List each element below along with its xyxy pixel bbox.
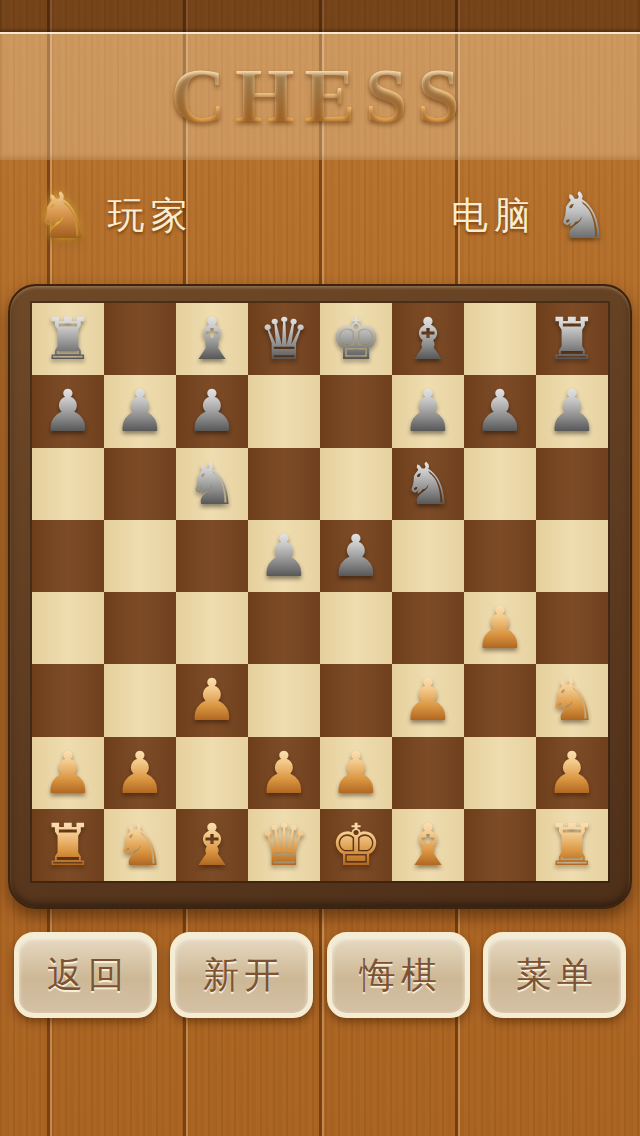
piece-black-king[interactable]: ♚ [330,310,382,368]
square-h2[interactable]: ♟ [536,737,608,809]
piece-black-pawn[interactable]: ♟ [42,382,94,440]
square-h8[interactable]: ♜ [536,303,608,375]
square-d8[interactable]: ♛ [248,303,320,375]
piece-white-knight[interactable]: ♞ [546,671,598,729]
piece-black-pawn[interactable]: ♟ [330,527,382,585]
piece-black-bishop[interactable]: ♝ [402,310,454,368]
piece-white-pawn[interactable]: ♟ [474,599,526,657]
piece-black-pawn[interactable]: ♟ [474,382,526,440]
title-band: CHESS [0,32,640,160]
square-f6[interactable]: ♞ [392,448,464,520]
square-c1[interactable]: ♝ [176,809,248,881]
gold-knight-icon: ♞ [34,184,91,248]
square-f5[interactable] [392,520,464,592]
square-a4[interactable] [32,592,104,664]
square-e8[interactable]: ♚ [320,303,392,375]
piece-white-pawn[interactable]: ♟ [186,671,238,729]
player-white: ♞ 玩家 [34,184,193,248]
player-black-label: 电脑 [451,191,537,241]
square-d4[interactable] [248,592,320,664]
square-b5[interactable] [104,520,176,592]
square-a2[interactable]: ♟ [32,737,104,809]
square-h7[interactable]: ♟ [536,375,608,447]
square-g1[interactable] [464,809,536,881]
square-h6[interactable] [536,448,608,520]
square-e1[interactable]: ♚ [320,809,392,881]
players-row: ♞ 玩家 电脑 ♞ [0,160,640,280]
square-h4[interactable] [536,592,608,664]
player-black: 电脑 ♞ [451,184,610,248]
square-e4[interactable] [320,592,392,664]
square-a6[interactable] [32,448,104,520]
piece-black-pawn[interactable]: ♟ [546,382,598,440]
piece-white-pawn[interactable]: ♟ [258,744,310,802]
square-g3[interactable] [464,664,536,736]
piece-white-pawn[interactable]: ♟ [546,744,598,802]
new-game-button[interactable]: 新开 [170,932,313,1018]
square-g6[interactable] [464,448,536,520]
square-h5[interactable] [536,520,608,592]
status-bar-strip [0,0,640,32]
square-c2[interactable] [176,737,248,809]
piece-black-pawn[interactable]: ♟ [114,382,166,440]
square-f1[interactable]: ♝ [392,809,464,881]
square-d7[interactable] [248,375,320,447]
piece-white-bishop[interactable]: ♝ [402,816,454,874]
piece-black-pawn[interactable]: ♟ [402,382,454,440]
square-h3[interactable]: ♞ [536,664,608,736]
square-f3[interactable]: ♟ [392,664,464,736]
square-d2[interactable]: ♟ [248,737,320,809]
piece-white-pawn[interactable]: ♟ [42,744,94,802]
square-c3[interactable]: ♟ [176,664,248,736]
chess-board[interactable]: ♜♝♛♚♝♜♟♟♟♟♟♟♞♞♟♟♟♟♟♞♟♟♟♟♟♜♞♝♛♚♝♜ [32,303,608,881]
piece-white-rook[interactable]: ♜ [546,816,598,874]
piece-black-knight[interactable]: ♞ [402,455,454,513]
square-a8[interactable]: ♜ [32,303,104,375]
square-c4[interactable] [176,592,248,664]
square-d6[interactable] [248,448,320,520]
piece-white-knight[interactable]: ♞ [114,816,166,874]
square-c5[interactable] [176,520,248,592]
piece-white-pawn[interactable]: ♟ [330,744,382,802]
piece-white-pawn[interactable]: ♟ [402,671,454,729]
square-g2[interactable] [464,737,536,809]
square-b8[interactable] [104,303,176,375]
piece-black-knight[interactable]: ♞ [186,455,238,513]
piece-black-bishop[interactable]: ♝ [186,310,238,368]
undo-button[interactable]: 悔棋 [327,932,470,1018]
piece-black-queen[interactable]: ♛ [258,310,310,368]
piece-black-pawn[interactable]: ♟ [186,382,238,440]
square-b7[interactable]: ♟ [104,375,176,447]
player-white-label: 玩家 [107,191,193,241]
square-b3[interactable] [104,664,176,736]
piece-white-pawn[interactable]: ♟ [114,744,166,802]
piece-white-king[interactable]: ♚ [330,816,382,874]
square-e7[interactable] [320,375,392,447]
square-e3[interactable] [320,664,392,736]
square-a3[interactable] [32,664,104,736]
square-h1[interactable]: ♜ [536,809,608,881]
square-d5[interactable]: ♟ [248,520,320,592]
piece-white-bishop[interactable]: ♝ [186,816,238,874]
piece-black-pawn[interactable]: ♟ [258,527,310,585]
square-d3[interactable] [248,664,320,736]
piece-black-rook[interactable]: ♜ [546,310,598,368]
board-frame: ♜♝♛♚♝♜♟♟♟♟♟♟♞♞♟♟♟♟♟♞♟♟♟♟♟♜♞♝♛♚♝♜ [8,284,632,909]
square-b6[interactable] [104,448,176,520]
square-a7[interactable]: ♟ [32,375,104,447]
square-d1[interactable]: ♛ [248,809,320,881]
square-f2[interactable] [392,737,464,809]
piece-white-rook[interactable]: ♜ [42,816,94,874]
piece-black-rook[interactable]: ♜ [42,310,94,368]
square-b2[interactable]: ♟ [104,737,176,809]
square-b1[interactable]: ♞ [104,809,176,881]
square-f7[interactable]: ♟ [392,375,464,447]
back-button[interactable]: 返回 [14,932,157,1018]
square-e5[interactable]: ♟ [320,520,392,592]
square-e6[interactable] [320,448,392,520]
square-g4[interactable]: ♟ [464,592,536,664]
page-title: CHESS [0,34,640,156]
square-g5[interactable] [464,520,536,592]
piece-white-queen[interactable]: ♛ [258,816,310,874]
square-f8[interactable]: ♝ [392,303,464,375]
square-c8[interactable]: ♝ [176,303,248,375]
square-c6[interactable]: ♞ [176,448,248,520]
square-g8[interactable] [464,303,536,375]
square-a5[interactable] [32,520,104,592]
square-e2[interactable]: ♟ [320,737,392,809]
square-c7[interactable]: ♟ [176,375,248,447]
square-f4[interactable] [392,592,464,664]
button-bar: 返回 新开 悔棋 菜单 [0,932,640,1018]
square-g7[interactable]: ♟ [464,375,536,447]
silver-knight-icon: ♞ [553,184,610,248]
menu-button[interactable]: 菜单 [483,932,626,1018]
square-a1[interactable]: ♜ [32,809,104,881]
square-b4[interactable] [104,592,176,664]
